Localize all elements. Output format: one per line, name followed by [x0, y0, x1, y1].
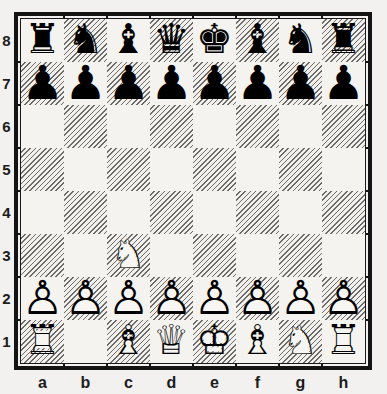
white-knight-piece: ♘ — [110, 234, 147, 275]
border-tick — [366, 233, 368, 235]
square-g6[interactable] — [279, 105, 322, 148]
square-e8[interactable]: ♚ — [193, 19, 236, 62]
black-pawn-piece: ♟ — [107, 62, 149, 105]
rank-label-5: 5 — [0, 148, 13, 191]
square-d8[interactable]: ♛ — [150, 19, 193, 62]
square-e2[interactable]: ♙ — [193, 277, 236, 320]
square-d4[interactable] — [150, 191, 193, 234]
rank-label-4: 4 — [0, 191, 13, 234]
border-tick — [366, 104, 368, 106]
square-b8[interactable]: ♞ — [64, 19, 107, 62]
square-e7[interactable]: ♟ — [193, 62, 236, 105]
white-bishop-piece: ♗ — [110, 320, 147, 361]
square-f6[interactable] — [236, 105, 279, 148]
white-pawn-piece: ♙ — [64, 277, 106, 320]
border-tick — [149, 364, 151, 366]
square-h4[interactable] — [322, 191, 365, 234]
square-c8[interactable]: ♝ — [107, 19, 150, 62]
square-f7[interactable]: ♟ — [236, 62, 279, 105]
square-d5[interactable] — [150, 148, 193, 191]
border-tick — [321, 364, 323, 366]
border-tick — [366, 276, 368, 278]
square-h5[interactable] — [322, 148, 365, 191]
square-b6[interactable] — [64, 105, 107, 148]
square-f3[interactable] — [236, 234, 279, 277]
border-tick — [192, 364, 194, 366]
border-tick — [366, 319, 368, 321]
border-tick — [366, 190, 368, 192]
black-queen-piece: ♛ — [153, 19, 190, 60]
file-label-e: e — [193, 372, 236, 394]
square-d6[interactable] — [150, 105, 193, 148]
black-bishop-piece: ♝ — [110, 19, 147, 60]
square-b1[interactable] — [64, 320, 107, 363]
square-d3[interactable] — [150, 234, 193, 277]
square-d1[interactable]: ♕ — [150, 320, 193, 363]
square-f1[interactable]: ♗ — [236, 320, 279, 363]
border-tick — [63, 16, 65, 18]
square-c4[interactable] — [107, 191, 150, 234]
square-g8[interactable]: ♞ — [279, 19, 322, 62]
square-a6[interactable] — [21, 105, 64, 148]
file-label-c: c — [107, 372, 150, 394]
border-tick — [18, 104, 20, 106]
square-b4[interactable] — [64, 191, 107, 234]
square-c2[interactable]: ♙ — [107, 277, 150, 320]
square-f5[interactable] — [236, 148, 279, 191]
white-knight-piece: ♘ — [282, 320, 319, 361]
white-bishop-piece: ♗ — [239, 320, 276, 361]
white-rook-piece: ♖ — [325, 320, 362, 361]
square-e3[interactable] — [193, 234, 236, 277]
border-tick — [106, 364, 108, 366]
border-tick — [18, 61, 20, 63]
square-a4[interactable] — [21, 191, 64, 234]
square-c5[interactable] — [107, 148, 150, 191]
border-tick — [366, 147, 368, 149]
square-h3[interactable] — [322, 234, 365, 277]
border-tick — [278, 16, 280, 18]
white-pawn-piece: ♙ — [107, 277, 149, 320]
square-b3[interactable] — [64, 234, 107, 277]
file-label-h: h — [322, 372, 365, 394]
square-h7[interactable]: ♟ — [322, 62, 365, 105]
rank-label-3: 3 — [0, 234, 13, 277]
square-e4[interactable] — [193, 191, 236, 234]
rank-label-1: 1 — [0, 320, 13, 363]
black-pawn-piece: ♟ — [193, 62, 235, 105]
square-b2[interactable]: ♙ — [64, 277, 107, 320]
square-e6[interactable] — [193, 105, 236, 148]
file-label-a: a — [21, 372, 64, 394]
rank-label-6: 6 — [0, 105, 13, 148]
white-pawn-piece: ♙ — [193, 277, 235, 320]
black-pawn-piece: ♟ — [236, 62, 278, 105]
square-f8[interactable]: ♝ — [236, 19, 279, 62]
border-tick — [106, 16, 108, 18]
border-tick — [192, 16, 194, 18]
square-g7[interactable]: ♟ — [279, 62, 322, 105]
border-tick — [18, 147, 20, 149]
square-g3[interactable] — [279, 234, 322, 277]
square-g2[interactable]: ♙ — [279, 277, 322, 320]
border-tick — [366, 61, 368, 63]
black-pawn-piece: ♟ — [64, 62, 106, 105]
black-pawn-piece: ♟ — [150, 62, 192, 105]
border-tick — [235, 364, 237, 366]
square-d2[interactable]: ♙ — [150, 277, 193, 320]
black-rook-piece: ♜ — [24, 19, 61, 60]
square-c6[interactable] — [107, 105, 150, 148]
white-queen-piece: ♕ — [153, 320, 190, 361]
border-tick — [63, 364, 65, 366]
square-a7[interactable]: ♟ — [21, 62, 64, 105]
square-a2[interactable]: ♙ — [21, 277, 64, 320]
white-pawn-piece: ♙ — [279, 277, 321, 320]
rank-label-7: 7 — [0, 62, 13, 105]
square-g1[interactable]: ♘ — [279, 320, 322, 363]
white-rook-piece: ♖ — [24, 320, 61, 361]
square-e1[interactable]: ♔ — [193, 320, 236, 363]
black-knight-piece: ♞ — [282, 19, 319, 60]
square-b7[interactable]: ♟ — [64, 62, 107, 105]
black-pawn-piece: ♟ — [322, 62, 364, 105]
border-tick — [18, 319, 20, 321]
square-d7[interactable]: ♟ — [150, 62, 193, 105]
rank-label-2: 2 — [0, 277, 13, 320]
white-pawn-piece: ♙ — [150, 277, 192, 320]
white-king-piece: ♔ — [196, 320, 233, 361]
square-e5[interactable] — [193, 148, 236, 191]
black-bishop-piece: ♝ — [239, 19, 276, 60]
square-g5[interactable] — [279, 148, 322, 191]
file-label-d: d — [150, 372, 193, 394]
square-h8[interactable]: ♜ — [322, 19, 365, 62]
chess-board: ♜♞♝♛♚♝♞♜♟♟♟♟♟♟♟♟♘♙♙♙♙♙♙♙♙♖♗♕♔♗♘♖ — [14, 12, 372, 370]
border-tick — [278, 364, 280, 366]
black-pawn-piece: ♟ — [279, 62, 321, 105]
square-h1[interactable]: ♖ — [322, 320, 365, 363]
black-king-piece: ♚ — [196, 19, 233, 60]
square-c3[interactable]: ♘ — [107, 234, 150, 277]
square-a8[interactable]: ♜ — [21, 19, 64, 62]
square-f2[interactable]: ♙ — [236, 277, 279, 320]
border-tick — [149, 16, 151, 18]
square-c7[interactable]: ♟ — [107, 62, 150, 105]
black-pawn-piece: ♟ — [21, 62, 63, 105]
rank-label-8: 8 — [0, 19, 13, 62]
white-pawn-piece: ♙ — [322, 277, 364, 320]
file-label-g: g — [279, 372, 322, 394]
border-tick — [18, 233, 20, 235]
chess-diagram: 8 7 6 5 4 3 2 1 ♜♞♝♛♚♝♞♜♟♟♟♟♟♟♟♟♘♙♙♙♙♙♙♙… — [0, 0, 387, 394]
square-h6[interactable] — [322, 105, 365, 148]
square-b5[interactable] — [64, 148, 107, 191]
border-tick — [235, 16, 237, 18]
file-label-b: b — [64, 372, 107, 394]
file-label-f: f — [236, 372, 279, 394]
white-pawn-piece: ♙ — [21, 277, 63, 320]
square-a1[interactable]: ♖ — [21, 320, 64, 363]
white-pawn-piece: ♙ — [236, 277, 278, 320]
black-rook-piece: ♜ — [325, 19, 362, 60]
border-tick — [18, 276, 20, 278]
square-a3[interactable] — [21, 234, 64, 277]
square-a5[interactable] — [21, 148, 64, 191]
square-c1[interactable]: ♗ — [107, 320, 150, 363]
square-g4[interactable] — [279, 191, 322, 234]
border-tick — [321, 16, 323, 18]
square-h2[interactable]: ♙ — [322, 277, 365, 320]
square-f4[interactable] — [236, 191, 279, 234]
black-knight-piece: ♞ — [67, 19, 104, 60]
border-tick — [18, 190, 20, 192]
board-inner-frame: ♜♞♝♛♚♝♞♜♟♟♟♟♟♟♟♟♘♙♙♙♙♙♙♙♙♖♗♕♔♗♘♖ — [20, 18, 366, 364]
